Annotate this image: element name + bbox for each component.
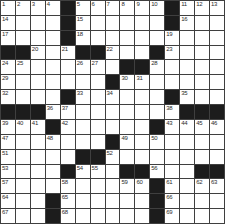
cell-r5c13[interactable] [180,60,194,74]
clue-number: 16 [181,16,187,23]
clue-number: 52 [107,150,113,157]
cell-r10c4[interactable]: 48 [46,135,60,149]
cell-r1c4[interactable]: 4 [46,1,60,15]
clue-number: 5 [77,1,80,8]
cell-r7c1[interactable]: 32 [1,90,15,104]
clue-number: 34 [107,90,113,97]
clue-number: 57 [2,179,8,186]
clue-number: 14 [2,16,8,23]
cell-r5c11[interactable]: 28 [150,60,164,74]
cell-r1c9[interactable]: 8 [120,1,134,15]
cell-r7c8[interactable]: 34 [106,90,120,104]
cell-r1c1[interactable]: 1 [1,1,15,15]
clue-number: 3 [32,1,35,8]
cell-r12c3[interactable] [31,165,45,179]
clue-number: 55 [92,165,98,172]
cell-r4c3[interactable]: 20 [31,46,45,60]
cell-r15c7[interactable] [91,209,105,223]
black-square-r10c8 [106,135,120,149]
clue-number: 26 [77,60,83,67]
cell-r14c2[interactable] [16,194,30,208]
cell-r13c2[interactable] [16,179,30,193]
cell-r15c12[interactable]: 69 [165,209,179,223]
black-square-r12c5 [61,165,75,179]
black-square-r11c6 [76,150,90,164]
cell-r11c3[interactable] [31,150,45,164]
cell-r4c12[interactable]: 23 [165,46,179,60]
cell-r4c8[interactable]: 22 [106,46,120,60]
clue-number: 4 [47,1,50,8]
clue-number: 39 [2,120,8,127]
clue-number: 9 [136,1,139,8]
cell-r2c6[interactable]: 15 [76,16,90,30]
cell-r4c13[interactable] [180,46,194,60]
cell-r2c9[interactable] [120,16,134,30]
cell-r2c15[interactable] [210,16,224,30]
cell-r2c14[interactable] [195,16,209,30]
cell-r15c1[interactable]: 67 [1,209,15,223]
cell-r2c7[interactable] [91,16,105,30]
cell-r12c4[interactable] [46,165,60,179]
cell-r11c1[interactable]: 51 [1,150,15,164]
cell-r13c7[interactable] [91,179,105,193]
cell-r12c6[interactable]: 54 [76,165,90,179]
clue-number: 8 [121,1,124,8]
cell-r15c15[interactable] [210,209,224,223]
clue-number: 12 [196,1,202,8]
cell-r2c11[interactable] [150,16,164,30]
cell-r1c15[interactable]: 13 [210,1,224,15]
cell-r11c2[interactable] [16,150,30,164]
clue-number: 30 [121,75,127,82]
cell-r8c12[interactable]: 38 [165,105,179,119]
cell-r9c13[interactable]: 44 [180,120,194,134]
black-square-r15c11 [150,209,164,223]
cell-r14c8[interactable] [106,194,120,208]
clue-number: 40 [17,120,23,127]
cell-r14c15[interactable] [210,194,224,208]
clue-number: 21 [62,46,68,53]
cell-r7c9[interactable] [120,90,134,104]
cell-r9c14[interactable]: 45 [195,120,209,134]
cell-r6c3[interactable] [31,75,45,89]
cell-r9c6[interactable] [76,120,90,134]
cell-r4c10[interactable] [135,46,149,60]
black-square-r1c5 [61,1,75,15]
clue-number: 46 [211,120,217,127]
cell-r8c6[interactable] [76,105,90,119]
cell-r9c5[interactable]: 42 [61,120,75,134]
clue-number: 23 [166,46,172,53]
cell-r15c3[interactable] [31,209,45,223]
cell-r6c6[interactable] [76,75,90,89]
cell-r11c9[interactable] [120,150,134,164]
cell-r7c11[interactable] [150,90,164,104]
cell-r14c1[interactable]: 64 [1,194,15,208]
clue-number: 24 [2,60,8,67]
cell-r1c3[interactable]: 3 [31,1,45,15]
cell-r1c14[interactable]: 12 [195,1,209,15]
cell-r13c15[interactable]: 63 [210,179,224,193]
cell-r14c12[interactable]: 66 [165,194,179,208]
cell-r9c7[interactable] [91,120,105,134]
cell-r6c5[interactable] [61,75,75,89]
cell-r15c5[interactable]: 68 [61,209,75,223]
cell-r14c10[interactable] [135,194,149,208]
cell-r2c1[interactable]: 14 [1,16,15,30]
clue-number: 25 [17,60,23,67]
cell-r6c13[interactable] [180,75,194,89]
cell-r5c3[interactable] [31,60,45,74]
black-square-r8c1 [1,105,15,119]
cell-r6c1[interactable]: 29 [1,75,15,89]
black-square-r9c11 [150,120,164,134]
black-square-r13c11 [150,179,164,193]
cell-r3c7[interactable] [91,31,105,45]
cell-r5c1[interactable]: 24 [1,60,15,74]
cell-r3c4[interactable] [46,31,60,45]
clue-number: 7 [107,1,110,8]
clue-number: 56 [151,165,157,172]
clue-number: 37 [62,105,68,112]
cell-r2c10[interactable] [135,16,149,30]
clue-number: 69 [166,209,172,216]
cell-r12c12[interactable] [165,165,179,179]
cell-r3c14[interactable] [195,31,209,45]
cell-r10c14[interactable] [195,135,209,149]
cell-r1c6[interactable]: 5 [76,1,90,15]
clue-number: 31 [136,75,142,82]
cell-r13c3[interactable] [31,179,45,193]
cell-r3c13[interactable] [180,31,194,45]
black-square-r4c1 [1,46,15,60]
cell-r5c6[interactable]: 26 [76,60,90,74]
cell-r2c3[interactable] [31,16,45,30]
cell-r11c8[interactable]: 52 [106,150,120,164]
cell-r13c6[interactable] [76,179,90,193]
cell-r7c7[interactable] [91,90,105,104]
cell-r9c10[interactable] [135,120,149,134]
cell-r1c7[interactable]: 6 [91,1,105,15]
cell-r12c2[interactable] [16,165,30,179]
cell-r7c6[interactable]: 33 [76,90,90,104]
black-square-r3c5 [61,31,75,45]
cell-r15c8[interactable] [106,209,120,223]
clue-number: 49 [121,135,127,142]
black-square-r14c11 [150,194,164,208]
cell-r4c4[interactable] [46,46,60,60]
cell-r13c8[interactable] [106,179,120,193]
black-square-r4c11 [150,46,164,60]
clue-number: 61 [166,179,172,186]
cell-r7c15[interactable] [210,90,224,104]
clue-number: 13 [211,1,217,8]
black-square-r8c14 [195,105,209,119]
cell-r14c5[interactable]: 65 [61,194,75,208]
clue-number: 18 [77,31,83,38]
cell-r6c14[interactable] [195,75,209,89]
cell-r8c7[interactable] [91,105,105,119]
cell-r11c15[interactable] [210,150,224,164]
cell-r15c13[interactable] [180,209,194,223]
black-square-r7c12 [165,90,179,104]
cell-r5c8[interactable] [106,60,120,74]
black-square-r7c5 [61,90,75,104]
cell-r3c8[interactable] [106,31,120,45]
cell-r5c5[interactable] [61,60,75,74]
clue-number: 48 [47,135,53,142]
clue-number: 58 [62,179,68,186]
cell-r8c5[interactable]: 37 [61,105,75,119]
cell-r14c6[interactable] [76,194,90,208]
cell-r2c2[interactable] [16,16,30,30]
cell-r11c13[interactable] [180,150,194,164]
cell-r3c1[interactable]: 17 [1,31,15,45]
cell-r14c9[interactable] [120,194,134,208]
cell-r1c13[interactable]: 11 [180,1,194,15]
cell-r4c5[interactable]: 21 [61,46,75,60]
cell-r6c4[interactable] [46,75,60,89]
black-square-r11c7 [91,150,105,164]
clue-number: 15 [77,16,83,23]
cell-r14c13[interactable] [180,194,194,208]
clue-number: 44 [181,120,187,127]
cell-r13c4[interactable] [46,179,60,193]
clue-number: 68 [62,209,68,216]
cell-r12c11[interactable]: 56 [150,165,164,179]
clue-number: 66 [166,194,172,201]
cell-r15c14[interactable] [195,209,209,223]
black-square-r8c15 [210,105,224,119]
cell-r15c2[interactable] [16,209,30,223]
cell-r12c7[interactable]: 55 [91,165,105,179]
clue-number: 65 [62,194,68,201]
cell-r3c15[interactable] [210,31,224,45]
cell-r6c15[interactable] [210,75,224,89]
cell-r4c15[interactable] [210,46,224,60]
clue-number: 10 [151,1,157,8]
cell-r13c14[interactable]: 62 [195,179,209,193]
cell-r8c11[interactable] [150,105,164,119]
cell-r1c11[interactable]: 10 [150,1,164,15]
cell-r14c14[interactable] [195,194,209,208]
cell-r7c10[interactable] [135,90,149,104]
cell-r9c15[interactable]: 46 [210,120,224,134]
cell-r6c9[interactable]: 30 [120,75,134,89]
black-square-r14c4 [46,194,60,208]
cell-r5c14[interactable] [195,60,209,74]
cell-r3c10[interactable] [135,31,149,45]
crossword-grid: 1234567891011121314151617181920212223242… [0,0,225,224]
cell-r10c3[interactable] [31,135,45,149]
clue-number: 33 [77,90,83,97]
cell-r12c13[interactable] [180,165,194,179]
cell-r9c2[interactable]: 40 [16,120,30,134]
clue-number: 64 [2,194,8,201]
cell-r10c9[interactable]: 49 [120,135,134,149]
cell-r3c9[interactable] [120,31,134,45]
cell-r10c7[interactable] [91,135,105,149]
clue-number: 29 [2,75,8,82]
cell-r7c2[interactable] [16,90,30,104]
cell-r15c6[interactable] [76,209,90,223]
cell-r6c10[interactable]: 31 [135,75,149,89]
cell-r8c9[interactable] [120,105,134,119]
cell-r6c7[interactable] [91,75,105,89]
cell-r15c10[interactable] [135,209,149,223]
cell-r5c2[interactable]: 25 [16,60,30,74]
cell-r11c11[interactable] [150,150,164,164]
cell-r1c10[interactable]: 9 [135,1,149,15]
cell-r13c13[interactable] [180,179,194,193]
cell-r3c11[interactable] [150,31,164,45]
cell-r5c7[interactable]: 27 [91,60,105,74]
clue-number: 32 [2,90,8,97]
black-square-r8c13 [180,105,194,119]
black-square-r6c8 [106,75,120,89]
cell-r10c12[interactable] [165,135,179,149]
cell-r8c8[interactable] [106,105,120,119]
cell-r12c8[interactable] [106,165,120,179]
black-square-r1c12 [165,1,179,15]
cell-r2c8[interactable] [106,16,120,30]
cell-r11c14[interactable] [195,150,209,164]
cell-r13c12[interactable]: 61 [165,179,179,193]
cell-r5c4[interactable] [46,60,60,74]
clue-number: 36 [47,105,53,112]
cell-r5c15[interactable] [210,60,224,74]
cell-r4c14[interactable] [195,46,209,60]
clue-number: 59 [121,179,127,186]
black-square-r2c5 [61,16,75,30]
cell-r10c11[interactable]: 50 [150,135,164,149]
cell-r10c1[interactable]: 47 [1,135,15,149]
cell-r3c2[interactable] [16,31,30,45]
clue-number: 41 [32,120,38,127]
clue-number: 43 [166,120,172,127]
black-square-r12c14 [195,165,209,179]
cell-r10c10[interactable] [135,135,149,149]
cell-r10c15[interactable] [210,135,224,149]
cell-r13c1[interactable]: 57 [1,179,15,193]
clue-number: 19 [166,31,172,38]
black-square-r5c9 [120,60,134,74]
cell-r1c2[interactable]: 2 [16,1,30,15]
clue-number: 22 [107,46,113,53]
clue-number: 17 [2,31,8,38]
black-square-r4c7 [91,46,105,60]
cell-r11c10[interactable] [135,150,149,164]
cell-r13c9[interactable]: 59 [120,179,134,193]
cell-r15c9[interactable] [120,209,134,223]
black-square-r4c2 [16,46,30,60]
clue-number: 63 [211,179,217,186]
clue-number: 67 [2,209,8,216]
cell-r9c3[interactable]: 41 [31,120,45,134]
cell-r3c3[interactable] [31,31,45,45]
clue-number: 20 [32,46,38,53]
cell-r13c10[interactable]: 60 [135,179,149,193]
cell-r9c9[interactable] [120,120,134,134]
clue-number: 47 [2,135,8,142]
clue-number: 27 [92,60,98,67]
clue-number: 60 [136,179,142,186]
cell-r5c12[interactable] [165,60,179,74]
cell-r9c8[interactable] [106,120,120,134]
cell-r2c4[interactable] [46,16,60,30]
cell-r6c11[interactable] [150,75,164,89]
cell-r4c9[interactable] [120,46,134,60]
cell-r7c4[interactable] [46,90,60,104]
cell-r10c5[interactable] [61,135,75,149]
cell-r10c13[interactable] [180,135,194,149]
black-square-r12c9 [120,165,134,179]
cell-r3c6[interactable]: 18 [76,31,90,45]
black-square-r8c2 [16,105,30,119]
clue-number: 1 [2,1,5,8]
black-square-r12c10 [135,165,149,179]
black-square-r15c4 [46,209,60,223]
cell-r14c7[interactable] [91,194,105,208]
clue-number: 11 [181,1,187,8]
cell-r3c12[interactable]: 19 [165,31,179,45]
cell-r6c2[interactable] [16,75,30,89]
cell-r9c12[interactable]: 43 [165,120,179,134]
cell-r7c13[interactable]: 35 [180,90,194,104]
clue-number: 6 [92,1,95,8]
cell-r9c1[interactable]: 39 [1,120,15,134]
clue-number: 50 [151,135,157,142]
black-square-r9c4 [46,120,60,134]
cell-r11c12[interactable] [165,150,179,164]
cell-r10c2[interactable] [16,135,30,149]
clue-number: 28 [151,60,157,67]
black-square-r12c15 [210,165,224,179]
clue-number: 54 [77,165,83,172]
clue-number: 62 [196,179,202,186]
black-square-r8c3 [31,105,45,119]
clue-number: 38 [166,105,172,112]
clue-number: 35 [181,90,187,97]
black-square-r4c6 [76,46,90,60]
cell-r7c3[interactable] [31,90,45,104]
clue-number: 2 [17,1,20,8]
cell-r11c4[interactable] [46,150,60,164]
cell-r7c14[interactable] [195,90,209,104]
cell-r8c4[interactable]: 36 [46,105,60,119]
cell-r1c8[interactable]: 7 [106,1,120,15]
cell-r10c6[interactable] [76,135,90,149]
cell-r6c12[interactable] [165,75,179,89]
black-square-r2c12 [165,16,179,30]
cell-r11c5[interactable] [61,150,75,164]
cell-r13c5[interactable]: 58 [61,179,75,193]
cell-r14c3[interactable] [31,194,45,208]
cell-r12c1[interactable]: 53 [1,165,15,179]
black-square-r5c10 [135,60,149,74]
cell-r2c13[interactable]: 16 [180,16,194,30]
clue-number: 42 [62,120,68,127]
clue-number: 45 [196,120,202,127]
clue-number: 53 [2,165,8,172]
cell-r8c10[interactable] [135,105,149,119]
clue-number: 51 [2,150,8,157]
